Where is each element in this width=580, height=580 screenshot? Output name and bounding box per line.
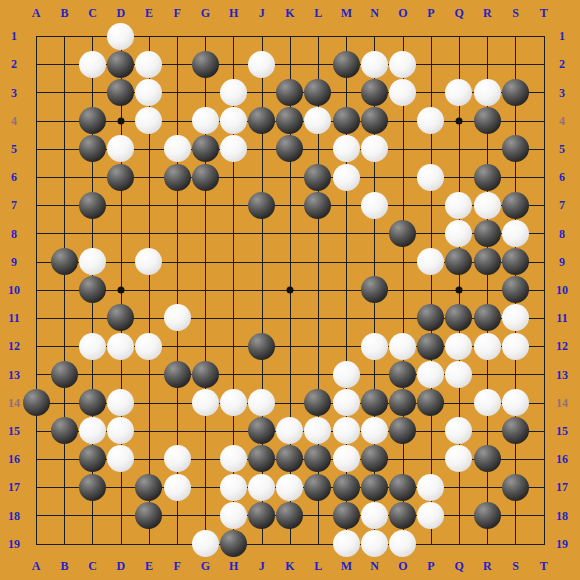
board-intersection-E2[interactable] bbox=[135, 50, 163, 78]
board-intersection-F6[interactable] bbox=[163, 163, 191, 191]
board-intersection-G9[interactable] bbox=[191, 248, 219, 276]
board-intersection-Q15[interactable] bbox=[445, 417, 473, 445]
board-intersection-A16[interactable] bbox=[22, 445, 50, 473]
board-intersection-P10[interactable] bbox=[417, 276, 445, 304]
board-intersection-E5[interactable] bbox=[135, 135, 163, 163]
board-intersection-R10[interactable] bbox=[473, 276, 501, 304]
board-intersection-H3[interactable] bbox=[219, 78, 247, 106]
board-intersection-Q18[interactable] bbox=[445, 501, 473, 529]
board-intersection-E16[interactable] bbox=[135, 445, 163, 473]
board-intersection-D14[interactable] bbox=[107, 388, 135, 416]
board-intersection-S12[interactable] bbox=[501, 332, 529, 360]
board-intersection-E12[interactable] bbox=[135, 332, 163, 360]
board-intersection-E10[interactable] bbox=[135, 276, 163, 304]
board-intersection-F9[interactable] bbox=[163, 248, 191, 276]
board-intersection-Q1[interactable] bbox=[445, 22, 473, 50]
board-intersection-H19[interactable] bbox=[219, 529, 247, 557]
board-intersection-N14[interactable] bbox=[360, 388, 388, 416]
board-intersection-R13[interactable] bbox=[473, 360, 501, 388]
board-intersection-S3[interactable] bbox=[501, 78, 529, 106]
board-intersection-G7[interactable] bbox=[191, 191, 219, 219]
board-intersection-J14[interactable] bbox=[248, 388, 276, 416]
board-intersection-A6[interactable] bbox=[22, 163, 50, 191]
board-intersection-J6[interactable] bbox=[248, 163, 276, 191]
board-intersection-K7[interactable] bbox=[276, 191, 304, 219]
board-intersection-A17[interactable] bbox=[22, 473, 50, 501]
board-intersection-M9[interactable] bbox=[332, 248, 360, 276]
board-intersection-D15[interactable] bbox=[107, 417, 135, 445]
board-intersection-C5[interactable] bbox=[78, 135, 106, 163]
board-intersection-K12[interactable] bbox=[276, 332, 304, 360]
board-intersection-S14[interactable] bbox=[501, 388, 529, 416]
board-intersection-C19[interactable] bbox=[78, 529, 106, 557]
board-intersection-E9[interactable] bbox=[135, 248, 163, 276]
board-intersection-C6[interactable] bbox=[78, 163, 106, 191]
board-intersection-P3[interactable] bbox=[417, 78, 445, 106]
board-intersection-D16[interactable] bbox=[107, 445, 135, 473]
board-intersection-J11[interactable] bbox=[248, 304, 276, 332]
board-intersection-L10[interactable] bbox=[304, 276, 332, 304]
board-intersection-P18[interactable] bbox=[417, 501, 445, 529]
board-intersection-Q12[interactable] bbox=[445, 332, 473, 360]
board-intersection-B9[interactable] bbox=[50, 248, 78, 276]
board-intersection-A8[interactable] bbox=[22, 219, 50, 247]
board-intersection-S5[interactable] bbox=[501, 135, 529, 163]
board-intersection-H17[interactable] bbox=[219, 473, 247, 501]
board-intersection-A19[interactable] bbox=[22, 529, 50, 557]
board-intersection-A13[interactable] bbox=[22, 360, 50, 388]
board-intersection-K18[interactable] bbox=[276, 501, 304, 529]
board-intersection-S19[interactable] bbox=[501, 529, 529, 557]
board-intersection-M2[interactable] bbox=[332, 50, 360, 78]
board-intersection-H13[interactable] bbox=[219, 360, 247, 388]
board-intersection-S11[interactable] bbox=[501, 304, 529, 332]
board-intersection-N17[interactable] bbox=[360, 473, 388, 501]
board-intersection-A7[interactable] bbox=[22, 191, 50, 219]
board-intersection-O9[interactable] bbox=[388, 248, 416, 276]
board-intersection-R7[interactable] bbox=[473, 191, 501, 219]
board-intersection-B6[interactable] bbox=[50, 163, 78, 191]
board-intersection-O16[interactable] bbox=[388, 445, 416, 473]
board-intersection-O6[interactable] bbox=[388, 163, 416, 191]
board-intersection-L11[interactable] bbox=[304, 304, 332, 332]
board-intersection-A12[interactable] bbox=[22, 332, 50, 360]
board-intersection-G1[interactable] bbox=[191, 22, 219, 50]
board-intersection-G19[interactable] bbox=[191, 529, 219, 557]
board-intersection-F7[interactable] bbox=[163, 191, 191, 219]
board-intersection-A5[interactable] bbox=[22, 135, 50, 163]
board-intersection-A14[interactable] bbox=[22, 388, 50, 416]
board-intersection-L3[interactable] bbox=[304, 78, 332, 106]
board-intersection-O2[interactable] bbox=[388, 50, 416, 78]
board-intersection-L19[interactable] bbox=[304, 529, 332, 557]
board-intersection-A11[interactable] bbox=[22, 304, 50, 332]
board-intersection-J17[interactable] bbox=[248, 473, 276, 501]
board-intersection-N13[interactable] bbox=[360, 360, 388, 388]
board-intersection-J16[interactable] bbox=[248, 445, 276, 473]
board-intersection-E18[interactable] bbox=[135, 501, 163, 529]
board-intersection-L16[interactable] bbox=[304, 445, 332, 473]
board-intersection-K9[interactable] bbox=[276, 248, 304, 276]
board-intersection-K16[interactable] bbox=[276, 445, 304, 473]
board-intersection-G3[interactable] bbox=[191, 78, 219, 106]
board-intersection-S15[interactable] bbox=[501, 417, 529, 445]
board-intersection-C11[interactable] bbox=[78, 304, 106, 332]
board-intersection-F1[interactable] bbox=[163, 22, 191, 50]
board-intersection-Q13[interactable] bbox=[445, 360, 473, 388]
board-intersection-N7[interactable] bbox=[360, 191, 388, 219]
board-intersection-R4[interactable] bbox=[473, 107, 501, 135]
board-intersection-N1[interactable] bbox=[360, 22, 388, 50]
board-intersection-H5[interactable] bbox=[219, 135, 247, 163]
board-intersection-M5[interactable] bbox=[332, 135, 360, 163]
board-intersection-K1[interactable] bbox=[276, 22, 304, 50]
board-intersection-M7[interactable] bbox=[332, 191, 360, 219]
board-intersection-J4[interactable] bbox=[248, 107, 276, 135]
board-intersection-H11[interactable] bbox=[219, 304, 247, 332]
board-intersection-R9[interactable] bbox=[473, 248, 501, 276]
board-intersection-D2[interactable] bbox=[107, 50, 135, 78]
board-intersection-O4[interactable] bbox=[388, 107, 416, 135]
board-intersection-F8[interactable] bbox=[163, 219, 191, 247]
board-intersection-F17[interactable] bbox=[163, 473, 191, 501]
board-intersection-J1[interactable] bbox=[248, 22, 276, 50]
board-intersection-D1[interactable] bbox=[107, 22, 135, 50]
board-intersection-L13[interactable] bbox=[304, 360, 332, 388]
board-intersection-J13[interactable] bbox=[248, 360, 276, 388]
board-intersection-E15[interactable] bbox=[135, 417, 163, 445]
board-intersection-K19[interactable] bbox=[276, 529, 304, 557]
board-intersection-L6[interactable] bbox=[304, 163, 332, 191]
board-intersection-M16[interactable] bbox=[332, 445, 360, 473]
board-intersection-H2[interactable] bbox=[219, 50, 247, 78]
board-intersection-B7[interactable] bbox=[50, 191, 78, 219]
board-intersection-Q8[interactable] bbox=[445, 219, 473, 247]
board-intersection-G4[interactable] bbox=[191, 107, 219, 135]
board-intersection-L12[interactable] bbox=[304, 332, 332, 360]
board-intersection-N16[interactable] bbox=[360, 445, 388, 473]
board-intersection-K13[interactable] bbox=[276, 360, 304, 388]
board-intersection-O18[interactable] bbox=[388, 501, 416, 529]
board-intersection-O5[interactable] bbox=[388, 135, 416, 163]
board-intersection-C4[interactable] bbox=[78, 107, 106, 135]
board-intersection-P19[interactable] bbox=[417, 529, 445, 557]
board-intersection-A2[interactable] bbox=[22, 50, 50, 78]
board-intersection-S2[interactable] bbox=[501, 50, 529, 78]
board-intersection-F3[interactable] bbox=[163, 78, 191, 106]
board-intersection-B13[interactable] bbox=[50, 360, 78, 388]
board-intersection-R18[interactable] bbox=[473, 501, 501, 529]
board-intersection-B1[interactable] bbox=[50, 22, 78, 50]
board-intersection-S8[interactable] bbox=[501, 219, 529, 247]
board-intersection-J2[interactable] bbox=[248, 50, 276, 78]
board-intersection-B16[interactable] bbox=[50, 445, 78, 473]
board-intersection-M17[interactable] bbox=[332, 473, 360, 501]
board-intersection-E4[interactable] bbox=[135, 107, 163, 135]
board-intersection-G6[interactable] bbox=[191, 163, 219, 191]
board-intersection-P11[interactable] bbox=[417, 304, 445, 332]
board-intersection-Q14[interactable] bbox=[445, 388, 473, 416]
board-intersection-S7[interactable] bbox=[501, 191, 529, 219]
board-intersection-Q4[interactable] bbox=[445, 107, 473, 135]
board-intersection-L7[interactable] bbox=[304, 191, 332, 219]
board-intersection-N2[interactable] bbox=[360, 50, 388, 78]
board-intersection-Q7[interactable] bbox=[445, 191, 473, 219]
board-intersection-B3[interactable] bbox=[50, 78, 78, 106]
board-intersection-R5[interactable] bbox=[473, 135, 501, 163]
board-intersection-Q11[interactable] bbox=[445, 304, 473, 332]
board-intersection-B14[interactable] bbox=[50, 388, 78, 416]
board-intersection-E7[interactable] bbox=[135, 191, 163, 219]
board-intersection-O13[interactable] bbox=[388, 360, 416, 388]
board-intersection-D5[interactable] bbox=[107, 135, 135, 163]
board-intersection-P2[interactable] bbox=[417, 50, 445, 78]
board-intersection-C10[interactable] bbox=[78, 276, 106, 304]
board-intersection-S1[interactable] bbox=[501, 22, 529, 50]
board-intersection-E8[interactable] bbox=[135, 219, 163, 247]
board-intersection-E6[interactable] bbox=[135, 163, 163, 191]
board-intersection-C17[interactable] bbox=[78, 473, 106, 501]
board-intersection-L14[interactable] bbox=[304, 388, 332, 416]
board-intersection-O1[interactable] bbox=[388, 22, 416, 50]
board-intersection-N18[interactable] bbox=[360, 501, 388, 529]
board-intersection-P16[interactable] bbox=[417, 445, 445, 473]
board-intersection-H14[interactable] bbox=[219, 388, 247, 416]
board-intersection-B5[interactable] bbox=[50, 135, 78, 163]
board-intersection-G13[interactable] bbox=[191, 360, 219, 388]
board-intersection-B8[interactable] bbox=[50, 219, 78, 247]
board-intersection-Q19[interactable] bbox=[445, 529, 473, 557]
board-intersection-C2[interactable] bbox=[78, 50, 106, 78]
board-intersection-G18[interactable] bbox=[191, 501, 219, 529]
board-intersection-L4[interactable] bbox=[304, 107, 332, 135]
board-intersection-F19[interactable] bbox=[163, 529, 191, 557]
board-intersection-E13[interactable] bbox=[135, 360, 163, 388]
board-intersection-P15[interactable] bbox=[417, 417, 445, 445]
board-intersection-O15[interactable] bbox=[388, 417, 416, 445]
board-intersection-P14[interactable] bbox=[417, 388, 445, 416]
board-intersection-G12[interactable] bbox=[191, 332, 219, 360]
board-intersection-C16[interactable] bbox=[78, 445, 106, 473]
board-intersection-E11[interactable] bbox=[135, 304, 163, 332]
board-intersection-G14[interactable] bbox=[191, 388, 219, 416]
board-intersection-M11[interactable] bbox=[332, 304, 360, 332]
board-intersection-G11[interactable] bbox=[191, 304, 219, 332]
board-intersection-C18[interactable] bbox=[78, 501, 106, 529]
board-intersection-F4[interactable] bbox=[163, 107, 191, 135]
board-intersection-D17[interactable] bbox=[107, 473, 135, 501]
board-intersection-R16[interactable] bbox=[473, 445, 501, 473]
board-intersection-P7[interactable] bbox=[417, 191, 445, 219]
board-intersection-L2[interactable] bbox=[304, 50, 332, 78]
board-intersection-L9[interactable] bbox=[304, 248, 332, 276]
board-intersection-E1[interactable] bbox=[135, 22, 163, 50]
board-intersection-E14[interactable] bbox=[135, 388, 163, 416]
board-intersection-N15[interactable] bbox=[360, 417, 388, 445]
board-intersection-K10[interactable] bbox=[276, 276, 304, 304]
board-intersection-H7[interactable] bbox=[219, 191, 247, 219]
board-intersection-K11[interactable] bbox=[276, 304, 304, 332]
board-intersection-S6[interactable] bbox=[501, 163, 529, 191]
board-intersection-M12[interactable] bbox=[332, 332, 360, 360]
board-intersection-J15[interactable] bbox=[248, 417, 276, 445]
board-intersection-Q16[interactable] bbox=[445, 445, 473, 473]
board-intersection-P13[interactable] bbox=[417, 360, 445, 388]
board-intersection-Q2[interactable] bbox=[445, 50, 473, 78]
board-intersection-C9[interactable] bbox=[78, 248, 106, 276]
board-intersection-R2[interactable] bbox=[473, 50, 501, 78]
board-intersection-P4[interactable] bbox=[417, 107, 445, 135]
board-intersection-G2[interactable] bbox=[191, 50, 219, 78]
board-intersection-H1[interactable] bbox=[219, 22, 247, 50]
board-intersection-B15[interactable] bbox=[50, 417, 78, 445]
board-intersection-M10[interactable] bbox=[332, 276, 360, 304]
board-intersection-G10[interactable] bbox=[191, 276, 219, 304]
board-intersection-J10[interactable] bbox=[248, 276, 276, 304]
board-intersection-N5[interactable] bbox=[360, 135, 388, 163]
board-intersection-B10[interactable] bbox=[50, 276, 78, 304]
board-intersection-D3[interactable] bbox=[107, 78, 135, 106]
board-intersection-S10[interactable] bbox=[501, 276, 529, 304]
board-intersection-N3[interactable] bbox=[360, 78, 388, 106]
board-intersection-F10[interactable] bbox=[163, 276, 191, 304]
board-intersection-M1[interactable] bbox=[332, 22, 360, 50]
board-intersection-D9[interactable] bbox=[107, 248, 135, 276]
board-intersection-O12[interactable] bbox=[388, 332, 416, 360]
board-intersection-E3[interactable] bbox=[135, 78, 163, 106]
board-intersection-P8[interactable] bbox=[417, 219, 445, 247]
board-intersection-K14[interactable] bbox=[276, 388, 304, 416]
board-intersection-S9[interactable] bbox=[501, 248, 529, 276]
board-intersection-D4[interactable] bbox=[107, 107, 135, 135]
board-intersection-K8[interactable] bbox=[276, 219, 304, 247]
board-intersection-R1[interactable] bbox=[473, 22, 501, 50]
board-intersection-A15[interactable] bbox=[22, 417, 50, 445]
board-intersection-Q3[interactable] bbox=[445, 78, 473, 106]
board-intersection-G16[interactable] bbox=[191, 445, 219, 473]
board-intersection-C13[interactable] bbox=[78, 360, 106, 388]
board-intersection-K5[interactable] bbox=[276, 135, 304, 163]
board-intersection-J5[interactable] bbox=[248, 135, 276, 163]
board-intersection-F18[interactable] bbox=[163, 501, 191, 529]
board-intersection-P6[interactable] bbox=[417, 163, 445, 191]
board-intersection-N19[interactable] bbox=[360, 529, 388, 557]
board-intersection-B4[interactable] bbox=[50, 107, 78, 135]
board-intersection-D11[interactable] bbox=[107, 304, 135, 332]
board-intersection-G17[interactable] bbox=[191, 473, 219, 501]
board-intersection-M19[interactable] bbox=[332, 529, 360, 557]
board-intersection-P5[interactable] bbox=[417, 135, 445, 163]
board-intersection-R17[interactable] bbox=[473, 473, 501, 501]
board-intersection-G5[interactable] bbox=[191, 135, 219, 163]
board-intersection-B17[interactable] bbox=[50, 473, 78, 501]
board-intersection-R12[interactable] bbox=[473, 332, 501, 360]
board-intersection-D10[interactable] bbox=[107, 276, 135, 304]
board-intersection-A10[interactable] bbox=[22, 276, 50, 304]
board-intersection-J8[interactable] bbox=[248, 219, 276, 247]
board-intersection-Q17[interactable] bbox=[445, 473, 473, 501]
board-intersection-J12[interactable] bbox=[248, 332, 276, 360]
board-intersection-F2[interactable] bbox=[163, 50, 191, 78]
board-intersection-S17[interactable] bbox=[501, 473, 529, 501]
board-intersection-G15[interactable] bbox=[191, 417, 219, 445]
board-intersection-B19[interactable] bbox=[50, 529, 78, 557]
board-intersection-K2[interactable] bbox=[276, 50, 304, 78]
board-intersection-R15[interactable] bbox=[473, 417, 501, 445]
board-intersection-M6[interactable] bbox=[332, 163, 360, 191]
board-intersection-K17[interactable] bbox=[276, 473, 304, 501]
board-intersection-O3[interactable] bbox=[388, 78, 416, 106]
board-intersection-S13[interactable] bbox=[501, 360, 529, 388]
board-intersection-M18[interactable] bbox=[332, 501, 360, 529]
board-intersection-M14[interactable] bbox=[332, 388, 360, 416]
board-intersection-D7[interactable] bbox=[107, 191, 135, 219]
board-intersection-Q9[interactable] bbox=[445, 248, 473, 276]
board-intersection-F16[interactable] bbox=[163, 445, 191, 473]
board-intersection-H12[interactable] bbox=[219, 332, 247, 360]
board-intersection-J7[interactable] bbox=[248, 191, 276, 219]
board-intersection-Q6[interactable] bbox=[445, 163, 473, 191]
board-intersection-C3[interactable] bbox=[78, 78, 106, 106]
board-intersection-A9[interactable] bbox=[22, 248, 50, 276]
board-intersection-O19[interactable] bbox=[388, 529, 416, 557]
board-intersection-F11[interactable] bbox=[163, 304, 191, 332]
board-intersection-H10[interactable] bbox=[219, 276, 247, 304]
board-intersection-M4[interactable] bbox=[332, 107, 360, 135]
board-intersection-D6[interactable] bbox=[107, 163, 135, 191]
board-intersection-N12[interactable] bbox=[360, 332, 388, 360]
board-intersection-R19[interactable] bbox=[473, 529, 501, 557]
board-intersection-P17[interactable] bbox=[417, 473, 445, 501]
board-intersection-H8[interactable] bbox=[219, 219, 247, 247]
board-intersection-C12[interactable] bbox=[78, 332, 106, 360]
board-intersection-F13[interactable] bbox=[163, 360, 191, 388]
board-intersection-S4[interactable] bbox=[501, 107, 529, 135]
board-intersection-M13[interactable] bbox=[332, 360, 360, 388]
board-intersection-K3[interactable] bbox=[276, 78, 304, 106]
board-intersection-K4[interactable] bbox=[276, 107, 304, 135]
board-intersection-L1[interactable] bbox=[304, 22, 332, 50]
board-intersection-C14[interactable] bbox=[78, 388, 106, 416]
board-intersection-F15[interactable] bbox=[163, 417, 191, 445]
board-intersection-N9[interactable] bbox=[360, 248, 388, 276]
board-intersection-R14[interactable] bbox=[473, 388, 501, 416]
board-intersection-D19[interactable] bbox=[107, 529, 135, 557]
board-intersection-H16[interactable] bbox=[219, 445, 247, 473]
board-intersection-S16[interactable] bbox=[501, 445, 529, 473]
board-intersection-R3[interactable] bbox=[473, 78, 501, 106]
board-intersection-J19[interactable] bbox=[248, 529, 276, 557]
board-intersection-J3[interactable] bbox=[248, 78, 276, 106]
board-intersection-H4[interactable] bbox=[219, 107, 247, 135]
board-intersection-O7[interactable] bbox=[388, 191, 416, 219]
board-intersection-B11[interactable] bbox=[50, 304, 78, 332]
board-intersection-R11[interactable] bbox=[473, 304, 501, 332]
board-intersection-L8[interactable] bbox=[304, 219, 332, 247]
board-intersection-F12[interactable] bbox=[163, 332, 191, 360]
board-intersection-O17[interactable] bbox=[388, 473, 416, 501]
board-intersection-H15[interactable] bbox=[219, 417, 247, 445]
board-intersection-S18[interactable] bbox=[501, 501, 529, 529]
board-intersection-A4[interactable] bbox=[22, 107, 50, 135]
board-intersection-O11[interactable] bbox=[388, 304, 416, 332]
board-intersection-H18[interactable] bbox=[219, 501, 247, 529]
board-intersection-C1[interactable] bbox=[78, 22, 106, 50]
board-intersection-C15[interactable] bbox=[78, 417, 106, 445]
board-intersection-M8[interactable] bbox=[332, 219, 360, 247]
board-intersection-P1[interactable] bbox=[417, 22, 445, 50]
board-intersection-G8[interactable] bbox=[191, 219, 219, 247]
